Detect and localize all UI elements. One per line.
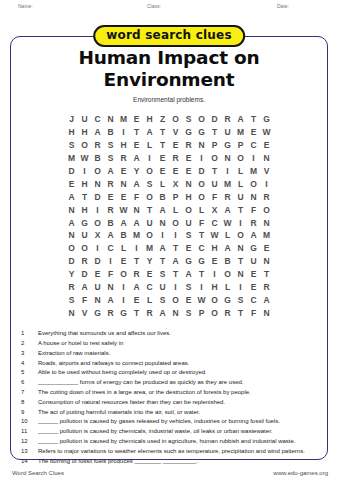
grid-cell: I — [78, 165, 91, 178]
grid-cell: B — [221, 255, 234, 268]
grid-cell: R — [130, 268, 143, 281]
grid-cell: N — [65, 306, 78, 319]
grid-cell: G — [182, 255, 195, 268]
grid-cell: R — [91, 139, 104, 152]
page-footer: Word Search Clues www.edu-games.org — [12, 470, 328, 476]
grid-cell: L — [143, 139, 156, 152]
clue-row: 14The burning of fossil fuels produces _… — [19, 458, 315, 465]
grid-cell: A — [104, 229, 117, 242]
clue-text: A house or hotel to rest safely in — [38, 340, 315, 347]
grid-cell: T — [260, 268, 273, 281]
grid-cell: I — [117, 293, 130, 306]
grid-cell: R — [117, 152, 130, 165]
grid-cell: V — [169, 126, 182, 139]
grid-cell: B — [91, 152, 104, 165]
grid-cell: G — [117, 306, 130, 319]
grid-cell: E — [182, 242, 195, 255]
grid-cell: A — [221, 203, 234, 216]
grid-cell: T — [78, 190, 91, 203]
clue-number: 5 — [19, 369, 38, 376]
grid-cell: E — [117, 165, 130, 178]
grid-cell: A — [130, 216, 143, 229]
grid-cell: G — [195, 126, 208, 139]
grid-cell: M — [130, 229, 143, 242]
grid-cell: O — [169, 113, 182, 126]
grid-cell: D — [78, 268, 91, 281]
grid-cell: Y — [65, 268, 78, 281]
grid-cell: R — [221, 113, 234, 126]
grid-cell: M — [143, 242, 156, 255]
grid-cell: E — [130, 139, 143, 152]
grid-cell: S — [182, 229, 195, 242]
grid-cell: A — [234, 113, 247, 126]
grid-cell: O — [91, 216, 104, 229]
grid-cell: A — [130, 152, 143, 165]
grid-cell: W — [117, 203, 130, 216]
grid-cell: G — [195, 255, 208, 268]
grid-cell: H — [78, 203, 91, 216]
grid-cell: E — [182, 165, 195, 178]
clue-row: 7The cutting down of trees in a large ar… — [19, 389, 315, 396]
grid-cell: H — [117, 139, 130, 152]
grid-cell: X — [91, 229, 104, 242]
grid-cell: N — [195, 139, 208, 152]
clue-row: 5Able to be used without being completel… — [19, 369, 315, 376]
grid-cell: N — [260, 306, 273, 319]
grid-cell: R — [143, 306, 156, 319]
grid-cell: J — [65, 113, 78, 126]
grid-cell: H — [143, 113, 156, 126]
grid-cell: I — [104, 255, 117, 268]
grid-cell: E — [65, 177, 78, 190]
grid-cell: H — [78, 126, 91, 139]
grid-cell: F — [247, 203, 260, 216]
grid-cell: D — [91, 190, 104, 203]
grid-cell: Y — [130, 165, 143, 178]
grid-cell: N — [169, 306, 182, 319]
grid-cell: L — [221, 281, 234, 294]
grid-cell: R — [169, 152, 182, 165]
grid-cell: U — [156, 281, 169, 294]
grid-cell: O — [117, 268, 130, 281]
grid-cell: L — [234, 165, 247, 178]
clue-row: 12______ pollution is caused by chemical… — [19, 438, 315, 445]
clue-row: 13Refers to major variations to weather … — [19, 448, 315, 455]
grid-cell: R — [104, 177, 117, 190]
grid-cell: O — [195, 190, 208, 203]
grid-cell: O — [91, 165, 104, 178]
grid-cell: T — [208, 165, 221, 178]
grid-cell: N — [117, 177, 130, 190]
page-subtitle: Environmental problems. — [11, 96, 327, 104]
grid-cell: O — [195, 113, 208, 126]
grid-cell: R — [221, 190, 234, 203]
grid-cell: T — [208, 126, 221, 139]
grid-cell: T — [195, 229, 208, 242]
grid-cell: A — [91, 126, 104, 139]
grid-cell: B — [156, 190, 169, 203]
grid-cell: N — [91, 177, 104, 190]
grid-cell: N — [260, 152, 273, 165]
grid-cell: S — [65, 139, 78, 152]
grid-cell: E — [260, 139, 273, 152]
grid-cell: U — [247, 255, 260, 268]
clue-text: ______ pollution is caused by chemicals,… — [38, 428, 315, 435]
grid-cell: D — [208, 113, 221, 126]
grid-cell: E — [247, 281, 260, 294]
grid-cell: B — [104, 216, 117, 229]
grid-cell: S — [234, 293, 247, 306]
grid-cell: A — [130, 281, 143, 294]
grid-cell: U — [78, 229, 91, 242]
grid-cell: R — [221, 306, 234, 319]
grid-cell: A — [78, 281, 91, 294]
grid-cell: A — [156, 306, 169, 319]
grid-cell: W — [208, 229, 221, 242]
grid-cell: U — [182, 216, 195, 229]
grid-cell: W — [260, 126, 273, 139]
grid-cell: N — [156, 216, 169, 229]
grid-cell: R — [78, 255, 91, 268]
grid-cell: A — [169, 255, 182, 268]
grid-cell: O — [143, 165, 156, 178]
grid-cell: O — [143, 229, 156, 242]
grid-cell: N — [260, 216, 273, 229]
grid-cell: L — [169, 203, 182, 216]
grid-cell: N — [104, 281, 117, 294]
footer-right-text: www.edu-games.org — [273, 470, 328, 476]
grid-cell: O — [234, 229, 247, 242]
grid-cell: B — [117, 229, 130, 242]
grid-cell: F — [130, 190, 143, 203]
grid-cell: I — [221, 165, 234, 178]
grid-cell: I — [195, 152, 208, 165]
grid-cell: H — [78, 177, 91, 190]
grid-cell: P — [234, 139, 247, 152]
clue-text: Consumption of natural resources faster … — [38, 399, 315, 406]
grid-cell: T — [169, 242, 182, 255]
grid-cell: I — [130, 242, 143, 255]
clue-number: 7 — [19, 389, 38, 396]
clue-number: 14 — [19, 458, 38, 465]
clue-number: 12 — [19, 438, 38, 445]
clue-text: Everything that surrounds us and affects… — [38, 330, 315, 337]
grid-cell: L — [143, 293, 156, 306]
clue-row: 1Everything that surrounds us and affect… — [19, 330, 315, 337]
clue-number: 4 — [19, 360, 38, 367]
grid-cell: O — [143, 190, 156, 203]
clue-text: Refers to major variations to weather el… — [38, 448, 315, 455]
clue-text: ____________ forms of energy can be prod… — [38, 379, 315, 386]
grid-cell: R — [260, 190, 273, 203]
clue-row: 11______ pollution is caused by chemical… — [19, 428, 315, 435]
grid-cell: T — [130, 306, 143, 319]
grid-cell: O — [195, 177, 208, 190]
clue-number: 3 — [19, 350, 38, 357]
clue-text: Able to be used without being completely… — [38, 369, 315, 376]
grid-cell: O — [208, 306, 221, 319]
clue-text: The act of putting harmful materials int… — [38, 409, 315, 416]
grid-cell: T — [156, 126, 169, 139]
grid-cell: T — [156, 139, 169, 152]
grid-cell: R — [104, 203, 117, 216]
grid-cell: A — [130, 177, 143, 190]
grid-cell: A — [117, 216, 130, 229]
grid-cell: P — [195, 306, 208, 319]
grid-cell: N — [130, 203, 143, 216]
clue-row: 3Extraction of raw materials. — [19, 350, 315, 357]
page-title: Human Impact on Environment — [11, 47, 327, 91]
grid-cell: O — [234, 152, 247, 165]
grid-cell: W — [78, 152, 91, 165]
grid-cell: N — [221, 152, 234, 165]
grid-cell: C — [247, 293, 260, 306]
grid-cell: A — [221, 242, 234, 255]
clue-row: 4Roads, airports and railways to connect… — [19, 360, 315, 367]
grid-cell: T — [195, 268, 208, 281]
grid-cell: C — [91, 113, 104, 126]
grid-cell: G — [91, 306, 104, 319]
grid-cell: W — [221, 216, 234, 229]
clue-number: 1 — [19, 330, 38, 337]
grid-cell: T — [234, 255, 247, 268]
grid-cell: U — [78, 113, 91, 126]
grid-cell: H — [208, 281, 221, 294]
grid-cell: I — [234, 281, 247, 294]
grid-cell: C — [143, 281, 156, 294]
grid-cell: S — [156, 293, 169, 306]
grid-cell: F — [208, 190, 221, 203]
grid-cell: A — [104, 165, 117, 178]
grid-cell: C — [208, 216, 221, 229]
grid-cell: N — [182, 177, 195, 190]
wordsearch-grid: JUCNMEHZOSODRATGHHABITATVGGTUMEWSORSHELT… — [11, 113, 327, 319]
grid-cell: H — [208, 242, 221, 255]
grid-cell: S — [104, 152, 117, 165]
grid-cell: V — [78, 306, 91, 319]
grid-cell: I — [169, 281, 182, 294]
grid-cell: A — [260, 293, 273, 306]
grid-cell: U — [143, 216, 156, 229]
grid-cell: H — [65, 126, 78, 139]
grid-cell: N — [91, 293, 104, 306]
grid-cell: O — [78, 139, 91, 152]
grid-cell: M — [260, 229, 273, 242]
grid-cell: L — [195, 203, 208, 216]
grid-cell: L — [221, 229, 234, 242]
grid-cell: T — [143, 203, 156, 216]
clue-number: 8 — [19, 399, 38, 406]
clue-text: The burning of fossil fuels produces ___… — [38, 458, 315, 465]
grid-cell: A — [65, 190, 78, 203]
grid-cell: S — [65, 293, 78, 306]
grid-cell: N — [104, 113, 117, 126]
grid-cell: S — [182, 306, 195, 319]
grid-cell: E — [247, 126, 260, 139]
grid-cell: I — [156, 229, 169, 242]
grid-cell: A — [182, 268, 195, 281]
grid-cell: T — [234, 306, 247, 319]
grid-cell: E — [130, 113, 143, 126]
grid-cell: C — [104, 242, 117, 255]
grid-cell: Y — [143, 255, 156, 268]
grid-cell: E — [91, 268, 104, 281]
grid-cell: N — [65, 229, 78, 242]
grid-cell: I — [260, 177, 273, 190]
clue-number: 10 — [19, 418, 38, 425]
grid-cell: I — [91, 242, 104, 255]
grid-cell: S — [104, 139, 117, 152]
grid-cell: R — [247, 216, 260, 229]
grid-cell: A — [143, 126, 156, 139]
grid-cell: T — [234, 203, 247, 216]
grid-cell: O — [221, 268, 234, 281]
grid-cell: R — [65, 281, 78, 294]
grid-cell: D — [195, 165, 208, 178]
grid-cell: N — [234, 268, 247, 281]
class-label: Class: — [147, 3, 161, 9]
grid-cell: G — [78, 216, 91, 229]
grid-cell: G — [247, 242, 260, 255]
grid-cell: E — [104, 190, 117, 203]
grid-cell: A — [247, 229, 260, 242]
grid-cell: G — [221, 139, 234, 152]
grid-cell: M — [247, 165, 260, 178]
grid-cell: E — [156, 152, 169, 165]
grid-cell: I — [117, 126, 130, 139]
clue-row: 6____________ forms of energy can be pro… — [19, 379, 315, 386]
grid-cell: N — [65, 203, 78, 216]
grid-cell: G — [182, 126, 195, 139]
grid-cell: A — [156, 203, 169, 216]
grid-cell: E — [117, 255, 130, 268]
clue-text: The cutting down of trees in a large are… — [38, 389, 315, 396]
grid-cell: O — [260, 203, 273, 216]
grid-cell: T — [156, 255, 169, 268]
grid-cell: W — [195, 293, 208, 306]
grid-cell: X — [169, 177, 182, 190]
grid-cell: U — [208, 177, 221, 190]
grid-cell: E — [143, 268, 156, 281]
grid-cell: O — [78, 242, 91, 255]
grid-cell: T — [169, 268, 182, 281]
grid-cell: F — [104, 268, 117, 281]
grid-cell: R — [182, 139, 195, 152]
grid-cell: A — [104, 293, 117, 306]
grid-cell: I — [117, 281, 130, 294]
grid-cell: E — [247, 268, 260, 281]
grid-cell: A — [65, 216, 78, 229]
date-label: Date: — [277, 3, 289, 9]
clue-number: 6 — [19, 379, 38, 386]
grid-cell: E — [156, 165, 169, 178]
grid-cell: I — [208, 268, 221, 281]
grid-cell: C — [195, 242, 208, 255]
clue-text: ______ pollution is caused by chemicals … — [38, 438, 315, 445]
grid-cell: A — [156, 242, 169, 255]
grid-cell: R — [104, 306, 117, 319]
grid-cell: P — [208, 139, 221, 152]
grid-cell: D — [91, 255, 104, 268]
grid-cell: I — [169, 229, 182, 242]
grid-cell: O — [169, 216, 182, 229]
grid-cell: R — [260, 281, 273, 294]
grid-cell: G — [260, 113, 273, 126]
grid-cell: L — [117, 242, 130, 255]
grid-cell: D — [65, 255, 78, 268]
grid-cell: T — [130, 255, 143, 268]
grid-cell: N — [234, 242, 247, 255]
grid-cell: Z — [156, 113, 169, 126]
grid-cell: I — [234, 216, 247, 229]
grid-cell: O — [247, 177, 260, 190]
grid-cell: I — [195, 281, 208, 294]
grid-cell: S — [182, 113, 195, 126]
clue-text: Extraction of raw materials. — [38, 350, 315, 357]
grid-cell: O — [208, 293, 221, 306]
grid-cell: H — [182, 190, 195, 203]
grid-cell: O — [169, 293, 182, 306]
grid-cell: M — [221, 177, 234, 190]
grid-cell: I — [91, 203, 104, 216]
footer-left-text: Word Search Clues — [12, 470, 64, 476]
grid-cell: E — [169, 165, 182, 178]
clue-number: 2 — [19, 340, 38, 347]
grid-cell: E — [182, 152, 195, 165]
grid-cell: F — [247, 306, 260, 319]
worksheet-frame: word search clues Human Impact on Enviro… — [10, 36, 328, 460]
grid-cell: P — [169, 190, 182, 203]
grid-cell: O — [182, 203, 195, 216]
grid-cell: L — [234, 177, 247, 190]
grid-cell: G — [221, 293, 234, 306]
grid-cell: O — [65, 242, 78, 255]
grid-cell: S — [156, 268, 169, 281]
grid-cell: E — [208, 255, 221, 268]
grid-cell: E — [260, 242, 273, 255]
clue-number: 11 — [19, 428, 38, 435]
clue-list: 1Everything that surrounds us and affect… — [11, 330, 327, 465]
grid-cell: S — [143, 177, 156, 190]
grid-cell: E — [117, 190, 130, 203]
clue-text: Roads, airports and railways to connect … — [38, 360, 315, 367]
grid-cell: L — [156, 177, 169, 190]
grid-cell: E — [130, 293, 143, 306]
grid-cell: N — [260, 255, 273, 268]
grid-cell: C — [247, 139, 260, 152]
grid-cell: M — [117, 113, 130, 126]
clue-number: 13 — [19, 448, 38, 455]
grid-cell: D — [65, 165, 78, 178]
grid-cell: U — [221, 126, 234, 139]
grid-cell: V — [260, 165, 273, 178]
grid-cell: U — [234, 190, 247, 203]
grid-cell: U — [91, 281, 104, 294]
grid-cell: B — [104, 126, 117, 139]
grid-cell: I — [247, 152, 260, 165]
grid-cell: N — [247, 190, 260, 203]
grid-cell: M — [234, 126, 247, 139]
grid-cell: X — [208, 203, 221, 216]
grid-cell: F — [78, 293, 91, 306]
brand-badge: word search clues — [93, 25, 245, 47]
grid-cell: M — [65, 152, 78, 165]
clue-text: ______ pollution is caused by gases rele… — [38, 418, 315, 425]
grid-cell: S — [182, 281, 195, 294]
clue-row: 10______ pollution is caused by gases re… — [19, 418, 315, 425]
clue-row: 2A house or hotel to rest safely in — [19, 340, 315, 347]
grid-cell: F — [195, 216, 208, 229]
